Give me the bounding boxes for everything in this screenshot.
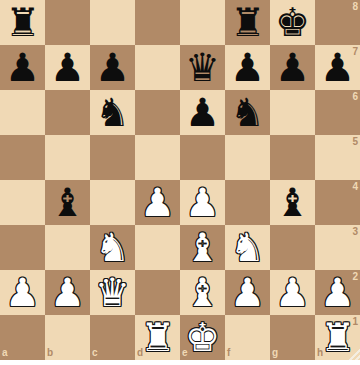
white-knight[interactable]: ♞: [225, 225, 270, 270]
white-rook[interactable]: ♜: [315, 315, 360, 360]
square-a5[interactable]: [0, 135, 45, 180]
square-a7[interactable]: ♟: [0, 45, 45, 90]
square-h1[interactable]: ♜h1: [315, 315, 360, 360]
square-b3[interactable]: [45, 225, 90, 270]
square-e2[interactable]: ♝: [180, 270, 225, 315]
square-f1[interactable]: f: [225, 315, 270, 360]
square-e5[interactable]: [180, 135, 225, 180]
square-b6[interactable]: [45, 90, 90, 135]
black-pawn[interactable]: ♟: [270, 45, 315, 90]
black-knight[interactable]: ♞: [90, 90, 135, 135]
white-bishop[interactable]: ♝: [180, 225, 225, 270]
black-bishop[interactable]: ♝: [45, 180, 90, 225]
square-b1[interactable]: b: [45, 315, 90, 360]
square-e4[interactable]: ♟: [180, 180, 225, 225]
square-g3[interactable]: [270, 225, 315, 270]
square-h6[interactable]: 6: [315, 90, 360, 135]
square-g1[interactable]: g: [270, 315, 315, 360]
square-d4[interactable]: ♟: [135, 180, 180, 225]
black-pawn[interactable]: ♟: [180, 90, 225, 135]
white-pawn[interactable]: ♟: [0, 270, 45, 315]
square-a4[interactable]: [0, 180, 45, 225]
square-b8[interactable]: [45, 0, 90, 45]
white-pawn[interactable]: ♟: [180, 180, 225, 225]
square-e6[interactable]: ♟: [180, 90, 225, 135]
square-a8[interactable]: ♜: [0, 0, 45, 45]
file-label-f: f: [227, 348, 230, 358]
square-f4[interactable]: [225, 180, 270, 225]
square-c3[interactable]: ♞: [90, 225, 135, 270]
square-d7[interactable]: [135, 45, 180, 90]
square-a2[interactable]: ♟: [0, 270, 45, 315]
square-g2[interactable]: ♟: [270, 270, 315, 315]
square-h8[interactable]: 8: [315, 0, 360, 45]
white-pawn[interactable]: ♟: [315, 270, 360, 315]
square-h7[interactable]: ♟7: [315, 45, 360, 90]
square-h2[interactable]: ♟2: [315, 270, 360, 315]
square-c4[interactable]: [90, 180, 135, 225]
square-g7[interactable]: ♟: [270, 45, 315, 90]
square-b5[interactable]: [45, 135, 90, 180]
white-knight[interactable]: ♞: [90, 225, 135, 270]
black-pawn[interactable]: ♟: [45, 45, 90, 90]
square-b2[interactable]: ♟: [45, 270, 90, 315]
square-g4[interactable]: ♝: [270, 180, 315, 225]
square-d1[interactable]: ♜d: [135, 315, 180, 360]
square-c2[interactable]: ♛: [90, 270, 135, 315]
white-pawn[interactable]: ♟: [270, 270, 315, 315]
square-a3[interactable]: [0, 225, 45, 270]
black-king[interactable]: ♚: [270, 0, 315, 45]
white-king[interactable]: ♚: [180, 315, 225, 360]
rank-label-4: 4: [352, 182, 358, 192]
square-h5[interactable]: 5: [315, 135, 360, 180]
square-g5[interactable]: [270, 135, 315, 180]
square-f3[interactable]: ♞: [225, 225, 270, 270]
chess-board: ♜♜♚8♟♟♟♛♟♟♟7♞♟♞65♝♟♟♝4♞♝♞3♟♟♛♝♟♟♟2abc♜d♚…: [0, 0, 360, 360]
rank-label-6: 6: [352, 92, 358, 102]
white-rook[interactable]: ♜: [135, 315, 180, 360]
board-grid: ♜♜♚8♟♟♟♛♟♟♟7♞♟♞65♝♟♟♝4♞♝♞3♟♟♛♝♟♟♟2abc♜d♚…: [0, 0, 360, 360]
square-f5[interactable]: [225, 135, 270, 180]
square-e1[interactable]: ♚e: [180, 315, 225, 360]
square-g6[interactable]: [270, 90, 315, 135]
square-f7[interactable]: ♟: [225, 45, 270, 90]
file-label-a: a: [2, 348, 8, 358]
white-bishop[interactable]: ♝: [180, 270, 225, 315]
white-queen[interactable]: ♛: [90, 270, 135, 315]
square-f6[interactable]: ♞: [225, 90, 270, 135]
square-f2[interactable]: ♟: [225, 270, 270, 315]
square-g8[interactable]: ♚: [270, 0, 315, 45]
black-queen[interactable]: ♛: [180, 45, 225, 90]
square-b7[interactable]: ♟: [45, 45, 90, 90]
rank-label-3: 3: [352, 227, 358, 237]
black-bishop[interactable]: ♝: [270, 180, 315, 225]
white-pawn[interactable]: ♟: [135, 180, 180, 225]
page-background-strip: [0, 360, 360, 365]
square-c6[interactable]: ♞: [90, 90, 135, 135]
white-pawn[interactable]: ♟: [225, 270, 270, 315]
black-rook[interactable]: ♜: [0, 0, 45, 45]
square-e8[interactable]: [180, 0, 225, 45]
square-a1[interactable]: a: [0, 315, 45, 360]
square-c1[interactable]: c: [90, 315, 135, 360]
black-pawn[interactable]: ♟: [225, 45, 270, 90]
black-rook[interactable]: ♜: [225, 0, 270, 45]
square-h3[interactable]: 3: [315, 225, 360, 270]
square-b4[interactable]: ♝: [45, 180, 90, 225]
black-pawn[interactable]: ♟: [0, 45, 45, 90]
black-pawn[interactable]: ♟: [90, 45, 135, 90]
white-pawn[interactable]: ♟: [45, 270, 90, 315]
black-pawn[interactable]: ♟: [315, 45, 360, 90]
rank-label-8: 8: [352, 2, 358, 12]
square-d3[interactable]: [135, 225, 180, 270]
square-d6[interactable]: [135, 90, 180, 135]
square-c5[interactable]: [90, 135, 135, 180]
square-d8[interactable]: [135, 0, 180, 45]
square-e7[interactable]: ♛: [180, 45, 225, 90]
square-c7[interactable]: ♟: [90, 45, 135, 90]
file-label-b: b: [47, 348, 53, 358]
square-d5[interactable]: [135, 135, 180, 180]
square-c8[interactable]: [90, 0, 135, 45]
black-knight[interactable]: ♞: [225, 90, 270, 135]
rank-label-5: 5: [352, 137, 358, 147]
square-e3[interactable]: ♝: [180, 225, 225, 270]
file-label-c: c: [92, 348, 98, 358]
square-f8[interactable]: ♜: [225, 0, 270, 45]
square-h4[interactable]: 4: [315, 180, 360, 225]
square-d2[interactable]: [135, 270, 180, 315]
file-label-g: g: [272, 348, 278, 358]
square-a6[interactable]: [0, 90, 45, 135]
